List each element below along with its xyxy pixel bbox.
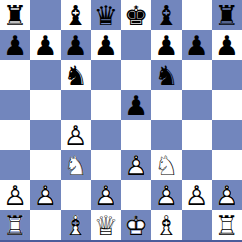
square-c8[interactable]: ♝︎ bbox=[61, 0, 91, 30]
square-a4[interactable] bbox=[0, 120, 30, 150]
square-h8[interactable]: ♜︎ bbox=[212, 0, 242, 30]
square-e5[interactable]: ♟︎ bbox=[121, 90, 151, 120]
black-piece-glyph: ♟︎ bbox=[61, 30, 91, 60]
square-c5[interactable] bbox=[61, 90, 91, 120]
black-pawn-a7[interactable]: ♟︎ bbox=[0, 30, 30, 60]
square-b7[interactable]: ♟︎ bbox=[30, 30, 60, 60]
black-rook-a8[interactable]: ♜︎ bbox=[0, 0, 30, 30]
black-piece-glyph: ♟︎ bbox=[182, 30, 212, 60]
white-piece-outline: ♘︎ bbox=[151, 150, 181, 180]
square-b2[interactable]: ♟︎♙︎ bbox=[30, 180, 60, 210]
black-bishop-c8[interactable]: ♝︎ bbox=[61, 0, 91, 30]
square-a7[interactable]: ♟︎ bbox=[0, 30, 30, 60]
square-g4[interactable] bbox=[182, 120, 212, 150]
square-f5[interactable] bbox=[151, 90, 181, 120]
white-piece-outline: ♙︎ bbox=[30, 180, 60, 210]
square-d4[interactable] bbox=[91, 120, 121, 150]
square-g2[interactable]: ♟︎♙︎ bbox=[182, 180, 212, 210]
square-g6[interactable] bbox=[182, 60, 212, 90]
black-piece-glyph: ♞︎ bbox=[151, 60, 181, 90]
black-piece-glyph: ♟︎ bbox=[91, 30, 121, 60]
square-g8[interactable] bbox=[182, 0, 212, 30]
black-knight-f6[interactable]: ♞︎ bbox=[151, 60, 181, 90]
square-d1[interactable]: ♛︎♕︎ bbox=[91, 210, 121, 240]
black-piece-glyph: ♞︎ bbox=[61, 60, 91, 90]
square-e6[interactable] bbox=[121, 60, 151, 90]
square-a2[interactable]: ♟︎♙︎ bbox=[0, 180, 30, 210]
white-pawn-c4[interactable]: ♟︎♙︎ bbox=[61, 120, 91, 150]
square-b1[interactable] bbox=[30, 210, 60, 240]
white-pawn-b2[interactable]: ♟︎♙︎ bbox=[30, 180, 60, 210]
black-pawn-f7[interactable]: ♟︎ bbox=[151, 30, 181, 60]
square-f1[interactable]: ♝︎♗︎ bbox=[151, 210, 181, 240]
square-h4[interactable] bbox=[212, 120, 242, 150]
white-queen-d1[interactable]: ♛︎♕︎ bbox=[91, 210, 121, 240]
white-piece-outline: ♖︎ bbox=[0, 210, 30, 240]
black-queen-d8[interactable]: ♛︎ bbox=[91, 0, 121, 30]
square-c6[interactable]: ♞︎ bbox=[61, 60, 91, 90]
black-piece-glyph: ♝︎ bbox=[151, 0, 181, 30]
square-f3[interactable]: ♞︎♘︎ bbox=[151, 150, 181, 180]
white-rook-h1[interactable]: ♜︎♖︎ bbox=[212, 210, 242, 240]
white-piece-outline: ♙︎ bbox=[212, 180, 242, 210]
square-c7[interactable]: ♟︎ bbox=[61, 30, 91, 60]
square-a5[interactable] bbox=[0, 90, 30, 120]
square-e2[interactable] bbox=[121, 180, 151, 210]
square-b5[interactable] bbox=[30, 90, 60, 120]
square-b4[interactable] bbox=[30, 120, 60, 150]
white-piece-outline: ♗︎ bbox=[61, 210, 91, 240]
white-piece-outline: ♙︎ bbox=[121, 150, 151, 180]
square-a6[interactable] bbox=[0, 60, 30, 90]
square-e3[interactable]: ♟︎♙︎ bbox=[121, 150, 151, 180]
square-f2[interactable]: ♟︎♙︎ bbox=[151, 180, 181, 210]
black-piece-glyph: ♜︎ bbox=[212, 0, 242, 30]
square-f7[interactable]: ♟︎ bbox=[151, 30, 181, 60]
square-d7[interactable]: ♟︎ bbox=[91, 30, 121, 60]
square-h2[interactable]: ♟︎♙︎ bbox=[212, 180, 242, 210]
square-a1[interactable]: ♜︎♖︎ bbox=[0, 210, 30, 240]
square-h7[interactable]: ♟︎ bbox=[212, 30, 242, 60]
square-e8[interactable]: ♚︎ bbox=[121, 0, 151, 30]
black-pawn-h7[interactable]: ♟︎ bbox=[212, 30, 242, 60]
white-king-e1[interactable]: ♚︎♔︎ bbox=[121, 210, 151, 240]
white-piece-outline: ♙︎ bbox=[182, 180, 212, 210]
white-pawn-a2[interactable]: ♟︎♙︎ bbox=[0, 180, 30, 210]
square-e4[interactable] bbox=[121, 120, 151, 150]
white-pawn-e3[interactable]: ♟︎♙︎ bbox=[121, 150, 151, 180]
white-pawn-f2[interactable]: ♟︎♙︎ bbox=[151, 180, 181, 210]
white-piece-outline: ♔︎ bbox=[121, 210, 151, 240]
square-g1[interactable] bbox=[182, 210, 212, 240]
square-h3[interactable] bbox=[212, 150, 242, 180]
square-c1[interactable]: ♝︎♗︎ bbox=[61, 210, 91, 240]
black-piece-glyph: ♝︎ bbox=[61, 0, 91, 30]
black-knight-c6[interactable]: ♞︎ bbox=[61, 60, 91, 90]
white-knight-f3[interactable]: ♞︎♘︎ bbox=[151, 150, 181, 180]
black-king-e8[interactable]: ♚︎ bbox=[121, 0, 151, 30]
square-b6[interactable] bbox=[30, 60, 60, 90]
square-g7[interactable]: ♟︎ bbox=[182, 30, 212, 60]
chess-board: ♜︎♝︎♛︎♚︎♝︎♜︎♟︎♟︎♟︎♟︎♟︎♟︎♟︎♞︎♞︎♟︎♟︎♙︎♞︎♘︎… bbox=[0, 0, 242, 242]
black-piece-glyph: ♚︎ bbox=[121, 0, 151, 30]
white-piece-outline: ♙︎ bbox=[91, 180, 121, 210]
square-f8[interactable]: ♝︎ bbox=[151, 0, 181, 30]
black-pawn-e5[interactable]: ♟︎ bbox=[121, 90, 151, 120]
black-piece-glyph: ♟︎ bbox=[30, 30, 60, 60]
square-d3[interactable] bbox=[91, 150, 121, 180]
black-rook-h8[interactable]: ♜︎ bbox=[212, 0, 242, 30]
square-c2[interactable] bbox=[61, 180, 91, 210]
black-pawn-d7[interactable]: ♟︎ bbox=[91, 30, 121, 60]
square-f4[interactable] bbox=[151, 120, 181, 150]
square-b3[interactable] bbox=[30, 150, 60, 180]
square-c3[interactable]: ♞︎♘︎ bbox=[61, 150, 91, 180]
square-c4[interactable]: ♟︎♙︎ bbox=[61, 120, 91, 150]
square-a8[interactable]: ♜︎ bbox=[0, 0, 30, 30]
white-piece-outline: ♗︎ bbox=[151, 210, 181, 240]
square-d5[interactable] bbox=[91, 90, 121, 120]
white-pawn-h2[interactable]: ♟︎♙︎ bbox=[212, 180, 242, 210]
square-e1[interactable]: ♚︎♔︎ bbox=[121, 210, 151, 240]
square-b8[interactable] bbox=[30, 0, 60, 30]
black-piece-glyph: ♜︎ bbox=[0, 0, 30, 30]
black-piece-glyph: ♟︎ bbox=[151, 30, 181, 60]
square-g5[interactable] bbox=[182, 90, 212, 120]
square-h5[interactable] bbox=[212, 90, 242, 120]
white-piece-outline: ♙︎ bbox=[61, 120, 91, 150]
black-pawn-g7[interactable]: ♟︎ bbox=[182, 30, 212, 60]
white-pawn-d2[interactable]: ♟︎♙︎ bbox=[91, 180, 121, 210]
black-piece-glyph: ♟︎ bbox=[212, 30, 242, 60]
square-d8[interactable]: ♛︎ bbox=[91, 0, 121, 30]
white-piece-outline: ♘︎ bbox=[61, 150, 91, 180]
square-h6[interactable] bbox=[212, 60, 242, 90]
white-rook-a1[interactable]: ♜︎♖︎ bbox=[0, 210, 30, 240]
white-piece-outline: ♖︎ bbox=[212, 210, 242, 240]
square-e7[interactable] bbox=[121, 30, 151, 60]
square-d2[interactable]: ♟︎♙︎ bbox=[91, 180, 121, 210]
white-piece-outline: ♙︎ bbox=[151, 180, 181, 210]
black-pawn-c7[interactable]: ♟︎ bbox=[61, 30, 91, 60]
black-pawn-b7[interactable]: ♟︎ bbox=[30, 30, 60, 60]
square-h1[interactable]: ♜︎♖︎ bbox=[212, 210, 242, 240]
square-d6[interactable] bbox=[91, 60, 121, 90]
black-piece-glyph: ♟︎ bbox=[121, 90, 151, 120]
white-knight-c3[interactable]: ♞︎♘︎ bbox=[61, 150, 91, 180]
white-piece-outline: ♙︎ bbox=[0, 180, 30, 210]
white-bishop-f1[interactable]: ♝︎♗︎ bbox=[151, 210, 181, 240]
square-g3[interactable] bbox=[182, 150, 212, 180]
white-piece-outline: ♕︎ bbox=[91, 210, 121, 240]
white-bishop-c1[interactable]: ♝︎♗︎ bbox=[61, 210, 91, 240]
black-piece-glyph: ♟︎ bbox=[0, 30, 30, 60]
white-pawn-g2[interactable]: ♟︎♙︎ bbox=[182, 180, 212, 210]
square-f6[interactable]: ♞︎ bbox=[151, 60, 181, 90]
black-piece-glyph: ♛︎ bbox=[91, 0, 121, 30]
black-bishop-f8[interactable]: ♝︎ bbox=[151, 0, 181, 30]
square-a3[interactable] bbox=[0, 150, 30, 180]
